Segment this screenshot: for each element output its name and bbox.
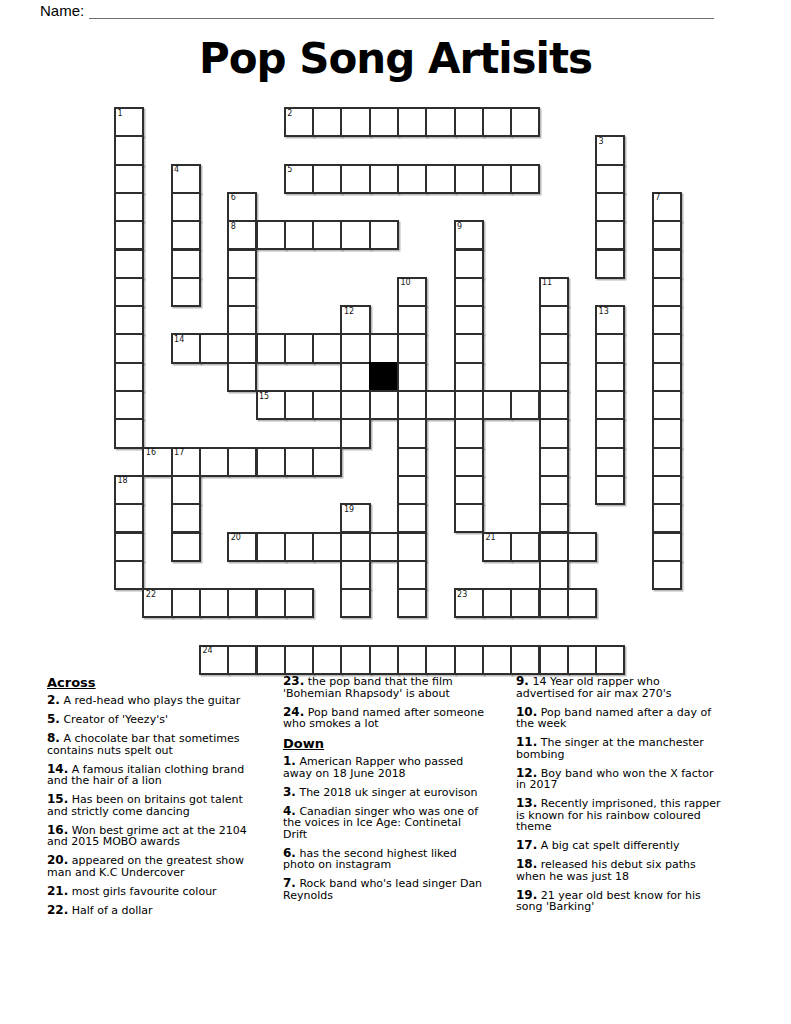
- cell-r4-c5[interactable]: [256, 220, 286, 250]
- clue-number-12: 12: [344, 307, 354, 316]
- cell-r0-c9[interactable]: [369, 107, 399, 137]
- cell-r0-c6[interactable]: 2: [284, 107, 314, 137]
- clue-number-14: 14: [174, 335, 184, 344]
- cell-r19-c5[interactable]: [256, 645, 286, 675]
- clue-across-21: 21. most girls favourite colour: [47, 886, 287, 898]
- name-input-line[interactable]: [89, 2, 714, 19]
- cell-r13-c15[interactable]: [539, 475, 569, 505]
- cell-r15-c2[interactable]: [171, 532, 201, 562]
- clue-number-7: 7: [655, 193, 660, 202]
- clue-down-10-text: Pop band named after a day of the week: [516, 706, 711, 731]
- cell-r17-c13[interactable]: [482, 588, 512, 618]
- cell-r2-c11[interactable]: [425, 164, 455, 194]
- cell-r15-c16[interactable]: [567, 532, 597, 562]
- cell-r2-c8[interactable]: [340, 164, 370, 194]
- cell-r2-c13[interactable]: [482, 164, 512, 194]
- clue-number-1: 1: [118, 109, 123, 118]
- cell-r13-c12[interactable]: [454, 475, 484, 505]
- cell-r14-c19[interactable]: [652, 503, 682, 533]
- cell-r9-c4[interactable]: [227, 362, 257, 392]
- cell-r8-c10[interactable]: [397, 333, 427, 363]
- cell-r11-c12[interactable]: [454, 418, 484, 448]
- cell-r12-c15[interactable]: [539, 447, 569, 477]
- cell-r4-c2[interactable]: [171, 220, 201, 250]
- clue-number-22: 22: [146, 590, 156, 599]
- clue-across-20-text: appeared on the greatest show man and K.…: [47, 854, 244, 879]
- clue-across-2-number: 2.: [47, 693, 60, 707]
- cell-r11-c0[interactable]: [114, 418, 144, 448]
- cell-r15-c14[interactable]: [510, 532, 540, 562]
- cell-r11-c15[interactable]: [539, 418, 569, 448]
- clue-across-5-number: 5.: [47, 712, 60, 726]
- cell-r12-c5[interactable]: [256, 447, 286, 477]
- cell-r19-c17[interactable]: [595, 645, 625, 675]
- cell-r14-c15[interactable]: [539, 503, 569, 533]
- cell-r15-c9[interactable]: [369, 532, 399, 562]
- cell-r9-c10[interactable]: [397, 362, 427, 392]
- cell-r19-c15[interactable]: [539, 645, 569, 675]
- cell-r11-c19[interactable]: [652, 418, 682, 448]
- cell-r7-c17[interactable]: 13: [595, 305, 625, 335]
- cell-r10-c5[interactable]: 15: [256, 390, 286, 420]
- clue-down-7-text: Rock band who's lead singer Dan Reynolds: [283, 877, 482, 902]
- clue-across-21-text: most girls favourite colour: [68, 885, 216, 898]
- cell-r12-c19[interactable]: [652, 447, 682, 477]
- clue-number-5: 5: [287, 165, 292, 174]
- cell-r8-c8[interactable]: [340, 333, 370, 363]
- clue-down-7: 7. Rock band who's lead singer Dan Reyno…: [283, 878, 514, 901]
- cell-r17-c2[interactable]: [171, 588, 201, 618]
- clue-down-19-text: 21 year old best know for his song 'Bark…: [516, 889, 701, 914]
- clue-across-23: 23. the pop band that the film 'Bohemian…: [283, 676, 514, 699]
- clue-across-21-number: 21.: [47, 884, 68, 898]
- clue-down-17-text: A big cat spelt differently: [537, 839, 679, 852]
- clue-number-16: 16: [146, 448, 156, 457]
- clue-across-8: 8. A chocolate bar that sometimes contai…: [47, 733, 287, 756]
- clue-across-16-text: Won best grime act at the 2104 and 2015 …: [47, 824, 247, 849]
- cell-r16-c19[interactable]: [652, 560, 682, 590]
- cell-r19-c13[interactable]: [482, 645, 512, 675]
- clue-down-1-text: American Rapper who passed away on 18 Ju…: [283, 755, 463, 780]
- cell-r2-c9[interactable]: [369, 164, 399, 194]
- cell-r14-c10[interactable]: [397, 503, 427, 533]
- cell-r3-c4[interactable]: 6: [227, 192, 257, 222]
- clue-down-13: 13. Recently imprisoned, this rapper is …: [516, 798, 756, 833]
- cell-r19-c3[interactable]: 24: [199, 645, 229, 675]
- crossword-grid: 123456789101112131415161718192021222324: [114, 107, 680, 673]
- cell-r10-c0[interactable]: [114, 390, 144, 420]
- clue-down-12-text: Boy band who won the X factor in 2017: [516, 767, 713, 792]
- clue-down-11-text: The singer at the manchester bombing: [516, 736, 704, 761]
- cell-r16-c0[interactable]: [114, 560, 144, 590]
- clue-across-8-text: A chocolate bar that sometimes contains …: [47, 732, 239, 757]
- cell-r17-c10[interactable]: [397, 588, 427, 618]
- cell-r14-c2[interactable]: [171, 503, 201, 533]
- cell-r4-c0[interactable]: [114, 220, 144, 250]
- cell-r5-c12[interactable]: [454, 249, 484, 279]
- cell-r8-c17[interactable]: [595, 333, 625, 363]
- down-header: Down: [283, 737, 514, 751]
- name-label: Name:: [40, 2, 84, 19]
- cell-r17-c5[interactable]: [256, 588, 286, 618]
- cell-r12-c12[interactable]: [454, 447, 484, 477]
- cell-r15-c7[interactable]: [312, 532, 342, 562]
- clue-down-4: 4. Canadian singer who was one of the vo…: [283, 806, 514, 841]
- cell-r10-c7[interactable]: [312, 390, 342, 420]
- clue-down-9-text: 14 Year old rapper who advertised for ai…: [516, 675, 672, 700]
- clue-column-3: 9. 14 Year old rapper who advertised for…: [516, 676, 756, 920]
- cell-r16-c8[interactable]: [340, 560, 370, 590]
- clue-down-18-text: released his debut six paths when he was…: [516, 858, 696, 883]
- cell-r6-c19[interactable]: [652, 277, 682, 307]
- clue-column-2: 23. the pop band that the film 'Bohemian…: [283, 676, 514, 909]
- clue-across-15: 15. Has been on britains got talent and …: [47, 794, 287, 817]
- cell-r4-c17[interactable]: [595, 220, 625, 250]
- cell-r8-c15[interactable]: [539, 333, 569, 363]
- cell-r7-c10[interactable]: [397, 305, 427, 335]
- cell-r8-c5[interactable]: [256, 333, 286, 363]
- cell-r6-c15[interactable]: 11: [539, 277, 569, 307]
- cell-r17-c14[interactable]: [510, 588, 540, 618]
- clue-number-23: 23: [457, 590, 467, 599]
- cell-r17-c4[interactable]: [227, 588, 257, 618]
- clue-across-2-text: A red-head who plays the guitar: [60, 694, 240, 707]
- cell-r15-c0[interactable]: [114, 532, 144, 562]
- cell-r4-c7[interactable]: [312, 220, 342, 250]
- cell-r2-c12[interactable]: [454, 164, 484, 194]
- cell-r10-c10[interactable]: [397, 390, 427, 420]
- clue-across-2: 2. A red-head who plays the guitar: [47, 695, 287, 707]
- clue-across-24-text: Pop band named after someone who smokes …: [283, 706, 484, 731]
- cell-r2-c14[interactable]: [510, 164, 540, 194]
- cell-r15-c19[interactable]: [652, 532, 682, 562]
- cell-r19-c9[interactable]: [369, 645, 399, 675]
- clue-number-15: 15: [259, 392, 269, 401]
- cell-r15-c6[interactable]: [284, 532, 314, 562]
- cell-r17-c6[interactable]: [284, 588, 314, 618]
- clue-across-22-text: Half of a dollar: [68, 904, 152, 917]
- cell-r17-c15[interactable]: [539, 588, 569, 618]
- cell-r11-c8[interactable]: [340, 418, 370, 448]
- cell-r0-c13[interactable]: [482, 107, 512, 137]
- cell-r17-c12[interactable]: 23: [454, 588, 484, 618]
- cell-r10-c8[interactable]: [340, 390, 370, 420]
- clue-down-17-number: 17.: [516, 838, 537, 852]
- clue-number-10: 10: [401, 278, 411, 287]
- cell-r3-c0[interactable]: [114, 192, 144, 222]
- cell-r0-c8[interactable]: [340, 107, 370, 137]
- cell-r5-c4[interactable]: [227, 249, 257, 279]
- clue-number-2: 2: [287, 109, 292, 118]
- cell-r2-c0[interactable]: [114, 164, 144, 194]
- clue-down-12: 12. Boy band who won the X factor in 201…: [516, 768, 756, 791]
- cell-r19-c4[interactable]: [227, 645, 257, 675]
- cell-r7-c0[interactable]: [114, 305, 144, 335]
- cell-r10-c6[interactable]: [284, 390, 314, 420]
- cell-r15-c4[interactable]: 20: [227, 532, 257, 562]
- clue-down-13-text: Recently imprisoned, this rapper is know…: [516, 797, 720, 833]
- cell-r6-c12[interactable]: [454, 277, 484, 307]
- cell-r19-c16[interactable]: [567, 645, 597, 675]
- cell-r7-c12[interactable]: [454, 305, 484, 335]
- clue-down-6: 6. has the second highest liked photo on…: [283, 848, 514, 871]
- cell-r10-c9[interactable]: [369, 390, 399, 420]
- cell-r10-c11[interactable]: [425, 390, 455, 420]
- clue-across-22-number: 22.: [47, 903, 68, 917]
- cell-r3-c2[interactable]: [171, 192, 201, 222]
- cell-r9-c12[interactable]: [454, 362, 484, 392]
- cell-r5-c2[interactable]: [171, 249, 201, 279]
- cell-r6-c10[interactable]: 10: [397, 277, 427, 307]
- clue-across-23-text: the pop band that the film 'Bohemian Rha…: [283, 675, 453, 700]
- cell-r2-c7[interactable]: [312, 164, 342, 194]
- clue-number-24: 24: [202, 646, 212, 655]
- clue-down-18: 18. released his debut six paths when he…: [516, 859, 756, 882]
- cell-r9-c19[interactable]: [652, 362, 682, 392]
- cell-r13-c10[interactable]: [397, 475, 427, 505]
- clue-across-20: 20. appeared on the greatest show man an…: [47, 855, 287, 878]
- cell-r17-c3[interactable]: [199, 588, 229, 618]
- cell-r7-c4[interactable]: [227, 305, 257, 335]
- clue-across-15-text: Has been on britains got talent and stri…: [47, 793, 243, 818]
- clue-across-5-text: Creator of 'Yeezy's': [60, 713, 168, 726]
- clue-across-16: 16. Won best grime act at the 2104 and 2…: [47, 825, 287, 848]
- cell-r8-c3[interactable]: [199, 333, 229, 363]
- clue-across-22: 22. Half of a dollar: [47, 905, 287, 917]
- cell-r0-c14[interactable]: [510, 107, 540, 137]
- cell-r19-c7[interactable]: [312, 645, 342, 675]
- clue-down-19: 19. 21 year old best know for his song '…: [516, 890, 756, 913]
- black-cell-r9-c9: [369, 362, 399, 392]
- cell-r17-c8[interactable]: [340, 588, 370, 618]
- cell-r12-c4[interactable]: [227, 447, 257, 477]
- cell-r19-c12[interactable]: [454, 645, 484, 675]
- cell-r7-c19[interactable]: [652, 305, 682, 335]
- clue-down-3-number: 3.: [283, 785, 296, 799]
- cell-r8-c7[interactable]: [312, 333, 342, 363]
- cell-r6-c2[interactable]: [171, 277, 201, 307]
- cell-r0-c12[interactable]: [454, 107, 484, 137]
- cell-r8-c4[interactable]: [227, 333, 257, 363]
- cell-r19-c8[interactable]: [340, 645, 370, 675]
- name-row: Name:: [40, 2, 714, 19]
- puzzle-title: Pop Song Artisits: [0, 33, 791, 85]
- cell-r3-c17[interactable]: [595, 192, 625, 222]
- cell-r15-c13[interactable]: 21: [482, 532, 512, 562]
- cell-r10-c12[interactable]: [454, 390, 484, 420]
- clue-number-21: 21: [485, 533, 495, 542]
- cell-r2-c6[interactable]: 5: [284, 164, 314, 194]
- cell-r8-c19[interactable]: [652, 333, 682, 363]
- cell-r19-c14[interactable]: [510, 645, 540, 675]
- cell-r9-c15[interactable]: [539, 362, 569, 392]
- cell-r15-c15[interactable]: [539, 532, 569, 562]
- clue-column-1: Across2. A red-head who plays the guitar…: [47, 676, 287, 924]
- clue-down-11: 11. The singer at the manchester bombing: [516, 737, 756, 760]
- cell-r13-c0[interactable]: 18: [114, 475, 144, 505]
- cell-r10-c13[interactable]: [482, 390, 512, 420]
- cell-r12-c10[interactable]: [397, 447, 427, 477]
- clue-number-8: 8: [231, 222, 236, 231]
- cell-r11-c10[interactable]: [397, 418, 427, 448]
- cell-r2-c17[interactable]: [595, 164, 625, 194]
- cell-r0-c0[interactable]: 1: [114, 107, 144, 137]
- cell-r4-c6[interactable]: [284, 220, 314, 250]
- cell-r2-c10[interactable]: [397, 164, 427, 194]
- cell-r6-c4[interactable]: [227, 277, 257, 307]
- cell-r4-c8[interactable]: [340, 220, 370, 250]
- clue-down-3-text: The 2018 uk singer at eurovison: [296, 786, 478, 799]
- clue-across-14-text: A famous italian clothing brand and the …: [47, 763, 244, 788]
- cell-r8-c2[interactable]: 14: [171, 333, 201, 363]
- cell-r5-c17[interactable]: [595, 249, 625, 279]
- clue-number-20: 20: [231, 533, 241, 542]
- clue-down-3: 3. The 2018 uk singer at eurovison: [283, 787, 514, 799]
- clue-number-17: 17: [174, 448, 184, 457]
- cell-r3-c19[interactable]: 7: [652, 192, 682, 222]
- cell-r14-c0[interactable]: [114, 503, 144, 533]
- cell-r4-c19[interactable]: [652, 220, 682, 250]
- cell-r13-c2[interactable]: [171, 475, 201, 505]
- cell-r8-c12[interactable]: [454, 333, 484, 363]
- cell-r12-c1[interactable]: 16: [142, 447, 172, 477]
- clue-down-4-text: Canadian singer who was one of the voice…: [283, 805, 478, 841]
- cell-r12-c3[interactable]: [199, 447, 229, 477]
- cell-r10-c15[interactable]: [539, 390, 569, 420]
- clue-down-6-text: has the second highest liked photo on in…: [283, 847, 457, 872]
- clue-down-1: 1. American Rapper who passed away on 18…: [283, 756, 514, 779]
- clue-number-13: 13: [599, 307, 609, 316]
- cell-r7-c15[interactable]: [539, 305, 569, 335]
- cell-r13-c17[interactable]: [595, 475, 625, 505]
- cell-r0-c7[interactable]: [312, 107, 342, 137]
- clue-number-3: 3: [599, 137, 604, 146]
- clue-number-9: 9: [457, 222, 462, 231]
- cell-r11-c17[interactable]: [595, 418, 625, 448]
- clue-down-10: 10. Pop band named after a day of the we…: [516, 707, 756, 730]
- clue-number-19: 19: [344, 505, 354, 514]
- cell-r12-c2[interactable]: 17: [171, 447, 201, 477]
- clue-number-4: 4: [174, 165, 179, 174]
- cell-r16-c10[interactable]: [397, 560, 427, 590]
- cell-r4-c9[interactable]: [369, 220, 399, 250]
- cell-r7-c8[interactable]: 12: [340, 305, 370, 335]
- cell-r14-c12[interactable]: [454, 503, 484, 533]
- clue-number-6: 6: [231, 193, 236, 202]
- cell-r10-c19[interactable]: [652, 390, 682, 420]
- cell-r0-c11[interactable]: [425, 107, 455, 137]
- cell-r1-c17[interactable]: 3: [595, 135, 625, 165]
- cell-r4-c4[interactable]: 8: [227, 220, 257, 250]
- cell-r0-c10[interactable]: [397, 107, 427, 137]
- cell-r14-c8[interactable]: 19: [340, 503, 370, 533]
- clue-number-11: 11: [542, 278, 552, 287]
- cell-r12-c6[interactable]: [284, 447, 314, 477]
- cell-r1-c0[interactable]: [114, 135, 144, 165]
- cell-r17-c1[interactable]: 22: [142, 588, 172, 618]
- cell-r8-c0[interactable]: [114, 333, 144, 363]
- cell-r15-c10[interactable]: [397, 532, 427, 562]
- clue-down-17: 17. A big cat spelt differently: [516, 840, 756, 852]
- across-header: Across: [47, 676, 287, 690]
- cell-r19-c11[interactable]: [425, 645, 455, 675]
- cell-r12-c7[interactable]: [312, 447, 342, 477]
- cell-r5-c19[interactable]: [652, 249, 682, 279]
- cell-r10-c17[interactable]: [595, 390, 625, 420]
- cell-r8-c6[interactable]: [284, 333, 314, 363]
- cell-r15-c5[interactable]: [256, 532, 286, 562]
- cell-r16-c15[interactable]: [539, 560, 569, 590]
- clue-across-24: 24. Pop band named after someone who smo…: [283, 707, 514, 730]
- clue-across-14: 14. A famous italian clothing brand and …: [47, 764, 287, 787]
- cell-r17-c16[interactable]: [567, 588, 597, 618]
- crossword-worksheet: { "game": "crossword (unfilled puzzle wo…: [0, 0, 791, 1024]
- clue-number-18: 18: [118, 476, 128, 485]
- cell-r6-c0[interactable]: [114, 277, 144, 307]
- clue-across-5: 5. Creator of 'Yeezy's': [47, 714, 287, 726]
- cell-r19-c10[interactable]: [397, 645, 427, 675]
- cell-r8-c9[interactable]: [369, 333, 399, 363]
- clue-down-9: 9. 14 Year old rapper who advertised for…: [516, 676, 756, 699]
- cell-r15-c8[interactable]: [340, 532, 370, 562]
- cell-r12-c17[interactable]: [595, 447, 625, 477]
- cell-r13-c19[interactable]: [652, 475, 682, 505]
- cell-r9-c17[interactable]: [595, 362, 625, 392]
- cell-r9-c0[interactable]: [114, 362, 144, 392]
- cell-r5-c0[interactable]: [114, 249, 144, 279]
- cell-r4-c12[interactable]: 9: [454, 220, 484, 250]
- cell-r2-c2[interactable]: 4: [171, 164, 201, 194]
- cell-r10-c14[interactable]: [510, 390, 540, 420]
- cell-r19-c6[interactable]: [284, 645, 314, 675]
- cell-r9-c8[interactable]: [340, 362, 370, 392]
